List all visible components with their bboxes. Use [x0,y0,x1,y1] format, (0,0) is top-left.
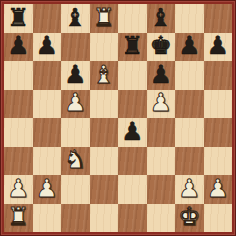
square-d2[interactable] [90,175,119,204]
square-g8[interactable] [175,4,204,33]
white-rook[interactable]: ♜ [7,204,29,229]
square-h3[interactable] [204,147,233,176]
chess-board: ♜♝♜♝♟♟♜♚♟♟♟♝♟♟♟♟♞♟♟♟♟♜♚ [4,4,232,232]
square-e7[interactable]: ♜ [118,33,147,62]
black-pawn[interactable]: ♟ [150,62,172,87]
square-h1[interactable] [204,204,233,233]
square-a7[interactable]: ♟ [4,33,33,62]
square-f6[interactable]: ♟ [147,61,176,90]
square-f3[interactable] [147,147,176,176]
black-rook[interactable]: ♜ [7,5,29,30]
square-g3[interactable] [175,147,204,176]
square-f4[interactable] [147,118,176,147]
square-h6[interactable] [204,61,233,90]
black-bishop[interactable]: ♝ [64,5,86,30]
square-a8[interactable]: ♜ [4,4,33,33]
black-bishop[interactable]: ♝ [150,5,172,30]
square-b2[interactable]: ♟ [33,175,62,204]
white-pawn[interactable]: ♟ [36,176,58,201]
chess-board-frame: ♜♝♜♝♟♟♜♚♟♟♟♝♟♟♟♟♞♟♟♟♟♜♚ [0,0,236,236]
square-h4[interactable] [204,118,233,147]
square-c1[interactable] [61,204,90,233]
black-pawn[interactable]: ♟ [36,33,58,58]
square-c4[interactable] [61,118,90,147]
black-pawn[interactable]: ♟ [121,119,143,144]
square-d4[interactable] [90,118,119,147]
square-a3[interactable] [4,147,33,176]
square-f7[interactable]: ♚ [147,33,176,62]
square-d5[interactable] [90,90,119,119]
square-a6[interactable] [4,61,33,90]
square-b5[interactable] [33,90,62,119]
square-c6[interactable]: ♟ [61,61,90,90]
square-c8[interactable]: ♝ [61,4,90,33]
square-c2[interactable] [61,175,90,204]
black-pawn[interactable]: ♟ [64,62,86,87]
square-b7[interactable]: ♟ [33,33,62,62]
square-g5[interactable] [175,90,204,119]
white-knight[interactable]: ♞ [64,147,86,172]
black-rook[interactable]: ♜ [121,33,143,58]
square-e8[interactable] [118,4,147,33]
white-pawn[interactable]: ♟ [178,176,200,201]
square-h5[interactable] [204,90,233,119]
square-b4[interactable] [33,118,62,147]
white-pawn[interactable]: ♟ [7,176,29,201]
square-c5[interactable]: ♟ [61,90,90,119]
white-bishop[interactable]: ♝ [93,62,115,87]
square-g6[interactable] [175,61,204,90]
square-a1[interactable]: ♜ [4,204,33,233]
square-b3[interactable] [33,147,62,176]
white-pawn[interactable]: ♟ [207,176,229,201]
square-f2[interactable] [147,175,176,204]
square-g7[interactable]: ♟ [175,33,204,62]
square-b1[interactable] [33,204,62,233]
square-a5[interactable] [4,90,33,119]
square-d6[interactable]: ♝ [90,61,119,90]
square-d8[interactable]: ♜ [90,4,119,33]
square-f8[interactable]: ♝ [147,4,176,33]
square-e4[interactable]: ♟ [118,118,147,147]
square-d1[interactable] [90,204,119,233]
square-c3[interactable]: ♞ [61,147,90,176]
square-g4[interactable] [175,118,204,147]
square-h7[interactable]: ♟ [204,33,233,62]
square-h2[interactable]: ♟ [204,175,233,204]
square-d3[interactable] [90,147,119,176]
square-b6[interactable] [33,61,62,90]
square-g2[interactable]: ♟ [175,175,204,204]
black-pawn[interactable]: ♟ [207,33,229,58]
white-king[interactable]: ♚ [178,204,200,229]
square-d7[interactable] [90,33,119,62]
square-e6[interactable] [118,61,147,90]
square-f1[interactable] [147,204,176,233]
white-pawn[interactable]: ♟ [150,90,172,115]
square-e1[interactable] [118,204,147,233]
square-e5[interactable] [118,90,147,119]
square-b8[interactable] [33,4,62,33]
square-a2[interactable]: ♟ [4,175,33,204]
square-e2[interactable] [118,175,147,204]
square-c7[interactable] [61,33,90,62]
square-f5[interactable]: ♟ [147,90,176,119]
square-g1[interactable]: ♚ [175,204,204,233]
black-king[interactable]: ♚ [150,33,172,58]
square-h8[interactable] [204,4,233,33]
square-e3[interactable] [118,147,147,176]
black-pawn[interactable]: ♟ [7,33,29,58]
black-pawn[interactable]: ♟ [178,33,200,58]
white-rook[interactable]: ♜ [93,5,115,30]
white-pawn[interactable]: ♟ [64,90,86,115]
square-a4[interactable] [4,118,33,147]
